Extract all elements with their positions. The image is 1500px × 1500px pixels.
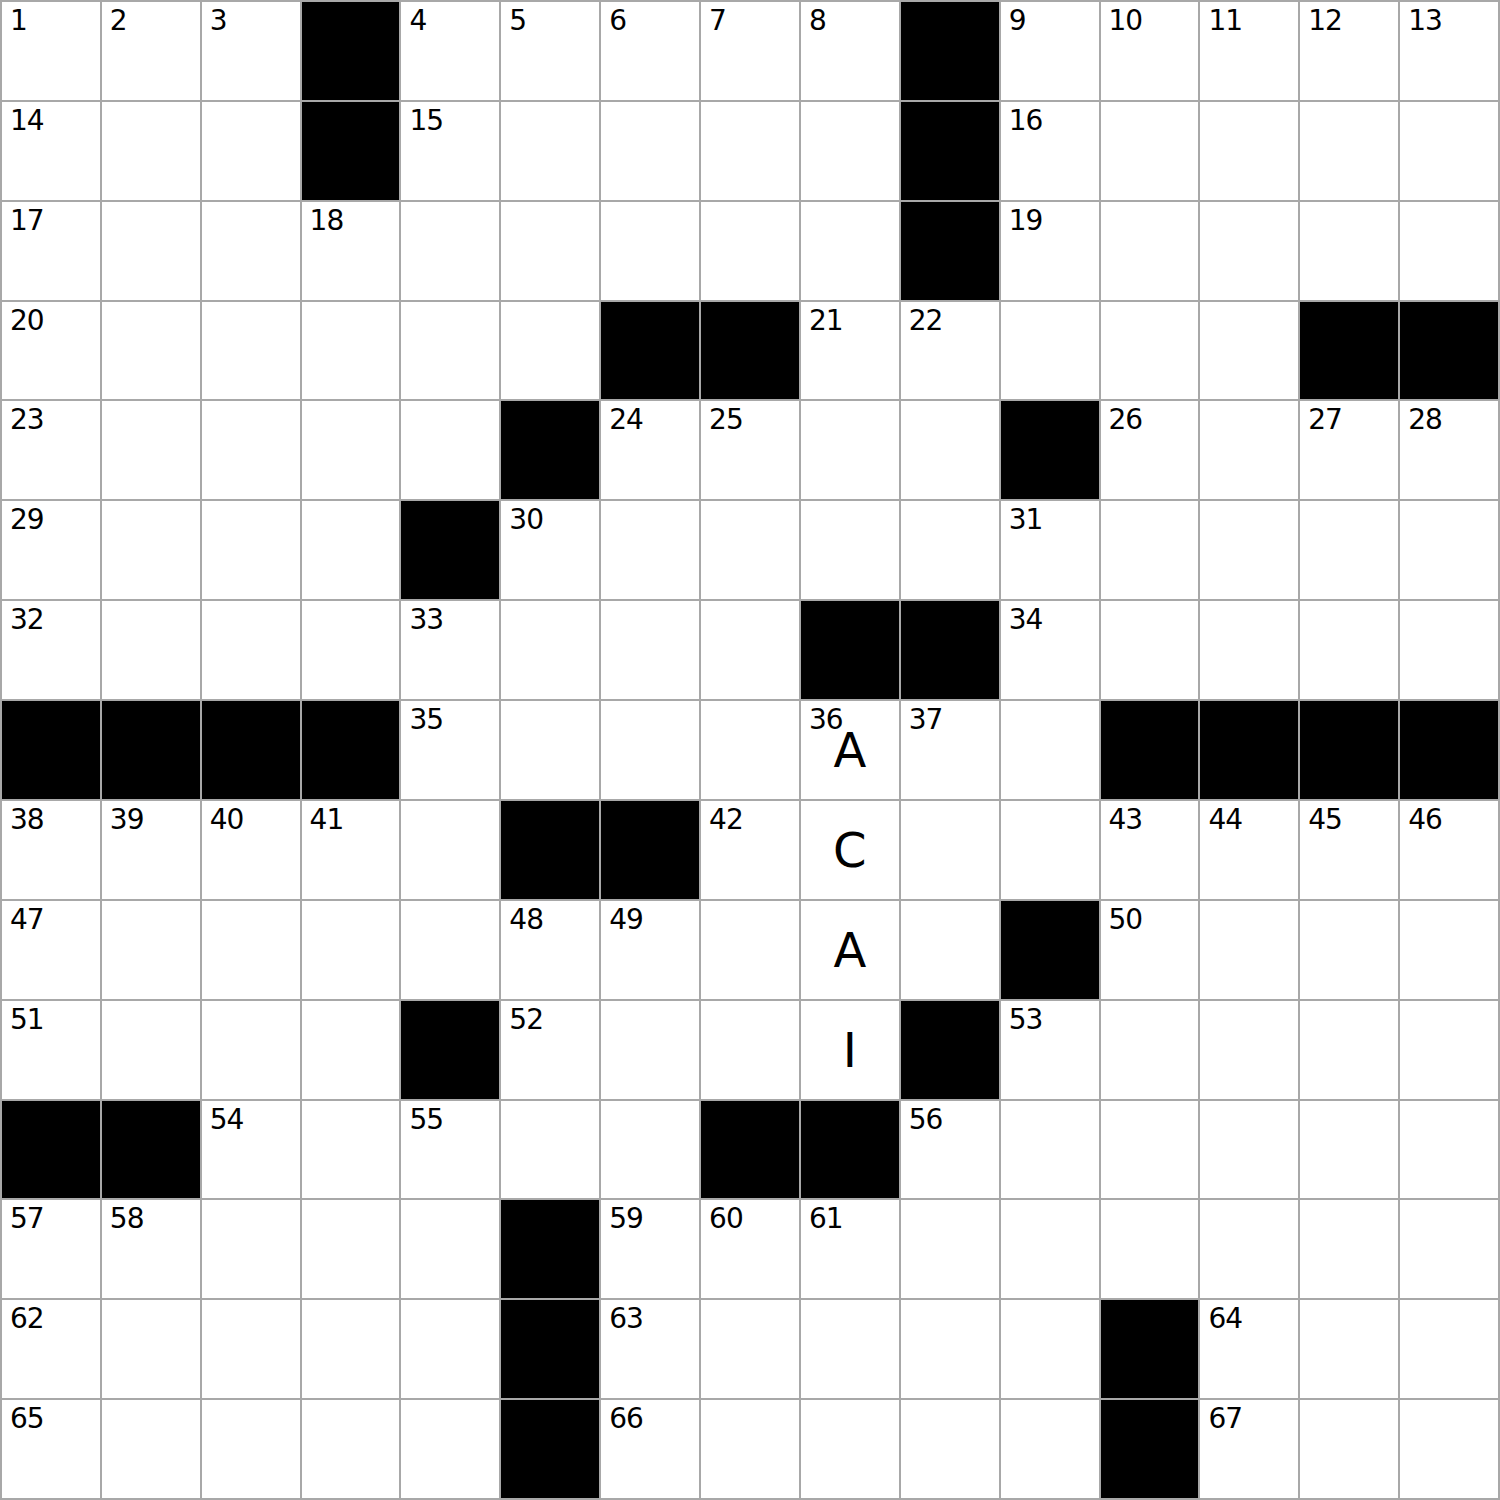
black-cell-r8-c15 [1400, 701, 1498, 799]
cell-r9-c10[interactable] [901, 801, 999, 899]
cell-r11-c7[interactable] [601, 1001, 699, 1099]
cell-r5-c14[interactable]: 27 [1300, 401, 1398, 499]
black-cell-r12-c1 [2, 1101, 100, 1199]
cell-r12-c4[interactable] [302, 1101, 400, 1199]
crossword-grid: 1234567891011121314151617181920212223242… [0, 0, 1500, 1500]
black-cell-r9-c7 [601, 801, 699, 899]
cell-letter: C [801, 801, 899, 899]
cell-r13-c13[interactable] [1200, 1200, 1298, 1298]
cell-r10-c8[interactable] [701, 901, 799, 999]
clue-number-32: 32 [10, 603, 44, 637]
clue-number-30: 30 [509, 503, 543, 537]
cell-r10-c1[interactable]: 47 [2, 901, 100, 999]
cell-r12-c6[interactable] [501, 1101, 599, 1199]
cell-r7-c6[interactable] [501, 601, 599, 699]
black-cell-r8-c13 [1200, 701, 1298, 799]
clue-number-38: 38 [10, 803, 44, 837]
clue-number-40: 40 [210, 803, 244, 837]
cell-r12-c13[interactable] [1200, 1101, 1298, 1199]
cell-r14-c14[interactable] [1300, 1300, 1398, 1398]
cell-r9-c11[interactable] [1001, 801, 1099, 899]
black-cell-r9-c6 [501, 801, 599, 899]
cell-r9-c9[interactable]: C [801, 801, 899, 899]
clue-number-8: 8 [809, 4, 826, 38]
cell-r9-c13[interactable]: 44 [1200, 801, 1298, 899]
cell-r12-c3[interactable]: 54 [202, 1101, 300, 1199]
cell-r11-c11[interactable]: 53 [1001, 1001, 1099, 1099]
cell-r12-c5[interactable]: 55 [401, 1101, 499, 1199]
cell-letter: I [801, 1001, 899, 1099]
cell-r7-c1[interactable]: 32 [2, 601, 100, 699]
cell-r10-c6[interactable]: 48 [501, 901, 599, 999]
clue-number-13: 13 [1408, 4, 1442, 38]
cell-r2-c14[interactable] [1300, 102, 1398, 200]
cell-r8-c6[interactable] [501, 701, 599, 799]
cell-r14-c9[interactable] [801, 1300, 899, 1398]
clue-number-23: 23 [10, 403, 44, 437]
black-cell-r4-c7 [601, 302, 699, 400]
cell-r5-c3[interactable] [202, 401, 300, 499]
clue-number-46: 46 [1408, 803, 1442, 837]
cell-r13-c14[interactable] [1300, 1200, 1398, 1298]
cell-r1-c6[interactable]: 5 [501, 2, 599, 100]
cell-r1-c1[interactable]: 1 [2, 2, 100, 100]
clue-number-41: 41 [310, 803, 344, 837]
cell-r9-c8[interactable]: 42 [701, 801, 799, 899]
cell-r15-c2[interactable] [102, 1400, 200, 1498]
cell-r14-c3[interactable] [202, 1300, 300, 1398]
black-cell-r3-c10 [901, 202, 999, 300]
cell-r2-c8[interactable] [701, 102, 799, 200]
cell-r13-c11[interactable] [1001, 1200, 1099, 1298]
cell-r2-c3[interactable] [202, 102, 300, 200]
clue-number-31: 31 [1009, 503, 1043, 537]
cell-r14-c5[interactable] [401, 1300, 499, 1398]
cell-r2-c12[interactable] [1101, 102, 1199, 200]
cell-r1-c13[interactable]: 11 [1200, 2, 1298, 100]
cell-r14-c10[interactable] [901, 1300, 999, 1398]
cell-r7-c7[interactable] [601, 601, 699, 699]
clue-number-62: 62 [10, 1302, 44, 1336]
black-cell-r5-c11 [1001, 401, 1099, 499]
clue-number-56: 56 [909, 1103, 943, 1137]
black-cell-r4-c14 [1300, 302, 1398, 400]
black-cell-r2-c10 [901, 102, 999, 200]
cell-r9-c12[interactable]: 43 [1101, 801, 1199, 899]
black-cell-r4-c8 [701, 302, 799, 400]
clue-number-3: 3 [210, 4, 227, 38]
cell-r10-c5[interactable] [401, 901, 499, 999]
cell-r1-c2[interactable]: 2 [102, 2, 200, 100]
cell-r15-c15[interactable] [1400, 1400, 1498, 1498]
cell-letter: A [801, 701, 899, 799]
cell-r12-c7[interactable] [601, 1101, 699, 1199]
cell-r13-c10[interactable] [901, 1200, 999, 1298]
cell-r8-c5[interactable]: 35 [401, 701, 499, 799]
cell-r4-c3[interactable] [202, 302, 300, 400]
black-cell-r7-c9 [801, 601, 899, 699]
clue-number-54: 54 [210, 1103, 244, 1137]
clue-number-60: 60 [709, 1202, 743, 1236]
clue-number-15: 15 [409, 104, 443, 138]
cell-r8-c11[interactable] [1001, 701, 1099, 799]
cell-r3-c14[interactable] [1300, 202, 1398, 300]
cell-r5-c1[interactable]: 23 [2, 401, 100, 499]
clue-number-45: 45 [1308, 803, 1342, 837]
cell-r7-c15[interactable] [1400, 601, 1498, 699]
cell-r1-c3[interactable]: 3 [202, 2, 300, 100]
cell-r7-c12[interactable] [1101, 601, 1199, 699]
cell-r13-c5[interactable] [401, 1200, 499, 1298]
cell-r4-c5[interactable] [401, 302, 499, 400]
cell-r10-c4[interactable] [302, 901, 400, 999]
clue-number-20: 20 [10, 304, 44, 338]
cell-r4-c6[interactable] [501, 302, 599, 400]
cell-r2-c1[interactable]: 14 [2, 102, 100, 200]
cell-r8-c7[interactable] [601, 701, 699, 799]
cell-r11-c3[interactable] [202, 1001, 300, 1099]
cell-r2-c5[interactable]: 15 [401, 102, 499, 200]
clue-number-55: 55 [409, 1103, 443, 1137]
clue-number-25: 25 [709, 403, 743, 437]
cell-r10-c9[interactable]: A [801, 901, 899, 999]
cell-r2-c6[interactable] [501, 102, 599, 200]
cell-r11-c8[interactable] [701, 1001, 799, 1099]
cell-r2-c2[interactable] [102, 102, 200, 200]
black-cell-r12-c8 [701, 1101, 799, 1199]
cell-r11-c1[interactable]: 51 [2, 1001, 100, 1099]
black-cell-r8-c4 [302, 701, 400, 799]
cell-r4-c2[interactable] [102, 302, 200, 400]
clue-number-44: 44 [1208, 803, 1242, 837]
clue-number-43: 43 [1109, 803, 1143, 837]
cell-r4-c11[interactable] [1001, 302, 1099, 400]
cell-r3-c1[interactable]: 17 [2, 202, 100, 300]
cell-r14-c2[interactable] [102, 1300, 200, 1398]
cell-r2-c13[interactable] [1200, 102, 1298, 200]
black-cell-r8-c2 [102, 701, 200, 799]
clue-number-10: 10 [1109, 4, 1143, 38]
cell-r3-c5[interactable] [401, 202, 499, 300]
cell-r5-c5[interactable] [401, 401, 499, 499]
cell-r6-c10[interactable] [901, 501, 999, 599]
cell-r1-c9[interactable]: 8 [801, 2, 899, 100]
cell-r4-c1[interactable]: 20 [2, 302, 100, 400]
clue-number-26: 26 [1109, 403, 1143, 437]
cell-r10-c2[interactable] [102, 901, 200, 999]
cell-r7-c4[interactable] [302, 601, 400, 699]
cell-r13-c3[interactable] [202, 1200, 300, 1298]
clue-number-21: 21 [809, 304, 843, 338]
cell-r11-c2[interactable] [102, 1001, 200, 1099]
clue-number-27: 27 [1308, 403, 1342, 437]
black-cell-r11-c5 [401, 1001, 499, 1099]
cell-r1-c7[interactable]: 6 [601, 2, 699, 100]
cell-r6-c6[interactable]: 30 [501, 501, 599, 599]
cell-r1-c14[interactable]: 12 [1300, 2, 1398, 100]
cell-r4-c4[interactable] [302, 302, 400, 400]
cell-r15-c9[interactable] [801, 1400, 899, 1498]
cell-r10-c14[interactable] [1300, 901, 1398, 999]
cell-r5-c10[interactable] [901, 401, 999, 499]
clue-number-52: 52 [509, 1003, 543, 1037]
black-cell-r12-c9 [801, 1101, 899, 1199]
cell-r15-c14[interactable] [1300, 1400, 1398, 1498]
clue-number-34: 34 [1009, 603, 1043, 637]
cell-r6-c7[interactable] [601, 501, 699, 599]
cell-r1-c12[interactable]: 10 [1101, 2, 1199, 100]
cell-r4-c10[interactable]: 22 [901, 302, 999, 400]
cell-r10-c13[interactable] [1200, 901, 1298, 999]
black-cell-r14-c12 [1101, 1300, 1199, 1398]
clue-number-19: 19 [1009, 204, 1043, 238]
cell-r6-c8[interactable] [701, 501, 799, 599]
cell-r5-c15[interactable]: 28 [1400, 401, 1498, 499]
cell-r6-c4[interactable] [302, 501, 400, 599]
cell-r10-c12[interactable]: 50 [1101, 901, 1199, 999]
clue-number-50: 50 [1109, 903, 1143, 937]
clue-number-66: 66 [609, 1402, 643, 1436]
cell-r6-c3[interactable] [202, 501, 300, 599]
cell-r3-c3[interactable] [202, 202, 300, 300]
cell-r4-c13[interactable] [1200, 302, 1298, 400]
cell-r11-c9[interactable]: I [801, 1001, 899, 1099]
clue-number-17: 17 [10, 204, 44, 238]
black-cell-r10-c11 [1001, 901, 1099, 999]
cell-r14-c4[interactable] [302, 1300, 400, 1398]
cell-r12-c12[interactable] [1101, 1101, 1199, 1199]
clue-number-63: 63 [609, 1302, 643, 1336]
cell-r3-c7[interactable] [601, 202, 699, 300]
cell-r14-c1[interactable]: 62 [2, 1300, 100, 1398]
clue-number-53: 53 [1009, 1003, 1043, 1037]
cell-r9-c1[interactable]: 38 [2, 801, 100, 899]
cell-r3-c8[interactable] [701, 202, 799, 300]
cell-r3-c9[interactable] [801, 202, 899, 300]
clue-number-51: 51 [10, 1003, 44, 1037]
black-cell-r2-c4 [302, 102, 400, 200]
cell-r4-c9[interactable]: 21 [801, 302, 899, 400]
clue-number-65: 65 [10, 1402, 44, 1436]
clue-number-18: 18 [310, 204, 344, 238]
cell-r15-c13[interactable]: 67 [1200, 1400, 1298, 1498]
clue-number-28: 28 [1408, 403, 1442, 437]
cell-r9-c4[interactable]: 41 [302, 801, 400, 899]
cell-r9-c5[interactable] [401, 801, 499, 899]
black-cell-r8-c12 [1101, 701, 1199, 799]
cell-r6-c9[interactable] [801, 501, 899, 599]
cell-r7-c3[interactable] [202, 601, 300, 699]
clue-number-12: 12 [1308, 4, 1342, 38]
clue-number-64: 64 [1208, 1302, 1242, 1336]
cell-r14-c8[interactable] [701, 1300, 799, 1398]
cell-r15-c4[interactable] [302, 1400, 400, 1498]
cell-r3-c12[interactable] [1101, 202, 1199, 300]
cell-r13-c4[interactable] [302, 1200, 400, 1298]
cell-r5-c13[interactable] [1200, 401, 1298, 499]
cell-letter: A [801, 901, 899, 999]
clue-number-7: 7 [709, 4, 726, 38]
cell-r6-c15[interactable] [1400, 501, 1498, 599]
cell-r15-c3[interactable] [202, 1400, 300, 1498]
cell-r5-c2[interactable] [102, 401, 200, 499]
cell-r13-c9[interactable]: 61 [801, 1200, 899, 1298]
cell-r10-c7[interactable]: 49 [601, 901, 699, 999]
cell-r6-c1[interactable]: 29 [2, 501, 100, 599]
cell-r1-c5[interactable]: 4 [401, 2, 499, 100]
clue-number-42: 42 [709, 803, 743, 837]
clue-number-58: 58 [110, 1202, 144, 1236]
cell-r6-c12[interactable] [1101, 501, 1199, 599]
cell-r15-c1[interactable]: 65 [2, 1400, 100, 1498]
clue-number-35: 35 [409, 703, 443, 737]
cell-r14-c11[interactable] [1001, 1300, 1099, 1398]
cell-r15-c5[interactable] [401, 1400, 499, 1498]
cell-r10-c15[interactable] [1400, 901, 1498, 999]
cell-r11-c14[interactable] [1300, 1001, 1398, 1099]
cell-r14-c13[interactable]: 64 [1200, 1300, 1298, 1398]
cell-r12-c14[interactable] [1300, 1101, 1398, 1199]
cell-r5-c7[interactable]: 24 [601, 401, 699, 499]
cell-r12-c11[interactable] [1001, 1101, 1099, 1199]
black-cell-r5-c6 [501, 401, 599, 499]
clue-number-1: 1 [10, 4, 27, 38]
clue-number-24: 24 [609, 403, 643, 437]
black-cell-r6-c5 [401, 501, 499, 599]
cell-r13-c12[interactable] [1101, 1200, 1199, 1298]
clue-number-49: 49 [609, 903, 643, 937]
clue-number-61: 61 [809, 1202, 843, 1236]
clue-number-37: 37 [909, 703, 943, 737]
clue-number-6: 6 [609, 4, 626, 38]
cell-r12-c15[interactable] [1400, 1101, 1498, 1199]
cell-r14-c15[interactable] [1400, 1300, 1498, 1398]
cell-r7-c5[interactable]: 33 [401, 601, 499, 699]
cell-r14-c7[interactable]: 63 [601, 1300, 699, 1398]
cell-r10-c10[interactable] [901, 901, 999, 999]
cell-r6-c11[interactable]: 31 [1001, 501, 1099, 599]
black-cell-r15-c12 [1101, 1400, 1199, 1498]
cell-r11-c12[interactable] [1101, 1001, 1199, 1099]
cell-r7-c14[interactable] [1300, 601, 1398, 699]
clue-number-5: 5 [509, 4, 526, 38]
cell-r8-c10[interactable]: 37 [901, 701, 999, 799]
cell-r11-c6[interactable]: 52 [501, 1001, 599, 1099]
black-cell-r8-c14 [1300, 701, 1398, 799]
cell-r3-c4[interactable]: 18 [302, 202, 400, 300]
cell-r13-c1[interactable]: 57 [2, 1200, 100, 1298]
black-cell-r14-c6 [501, 1300, 599, 1398]
clue-number-9: 9 [1009, 4, 1026, 38]
black-cell-r1-c10 [901, 2, 999, 100]
cell-r15-c7[interactable]: 66 [601, 1400, 699, 1498]
cell-r13-c2[interactable]: 58 [102, 1200, 200, 1298]
cell-r12-c10[interactable]: 56 [901, 1101, 999, 1199]
cell-r9-c15[interactable]: 46 [1400, 801, 1498, 899]
cell-r4-c12[interactable] [1101, 302, 1199, 400]
cell-r8-c9[interactable]: 36A [801, 701, 899, 799]
cell-r3-c11[interactable]: 19 [1001, 202, 1099, 300]
black-cell-r7-c10 [901, 601, 999, 699]
cell-r2-c7[interactable] [601, 102, 699, 200]
cell-r13-c8[interactable]: 60 [701, 1200, 799, 1298]
clue-number-22: 22 [909, 304, 943, 338]
black-cell-r11-c10 [901, 1001, 999, 1099]
clue-number-59: 59 [609, 1202, 643, 1236]
cell-r5-c8[interactable]: 25 [701, 401, 799, 499]
cell-r9-c3[interactable]: 40 [202, 801, 300, 899]
clue-number-33: 33 [409, 603, 443, 637]
cell-r3-c15[interactable] [1400, 202, 1498, 300]
clue-number-29: 29 [10, 503, 44, 537]
black-cell-r1-c4 [302, 2, 400, 100]
clue-number-4: 4 [409, 4, 426, 38]
black-cell-r15-c6 [501, 1400, 599, 1498]
cell-r7-c2[interactable] [102, 601, 200, 699]
cell-r1-c11[interactable]: 9 [1001, 2, 1099, 100]
cell-r8-c8[interactable] [701, 701, 799, 799]
cell-r5-c12[interactable]: 26 [1101, 401, 1199, 499]
black-cell-r4-c15 [1400, 302, 1498, 400]
cell-r2-c11[interactable]: 16 [1001, 102, 1099, 200]
cell-r6-c14[interactable] [1300, 501, 1398, 599]
clue-number-47: 47 [10, 903, 44, 937]
clue-number-11: 11 [1208, 4, 1242, 38]
cell-r3-c2[interactable] [102, 202, 200, 300]
clue-number-67: 67 [1208, 1402, 1242, 1436]
clue-number-57: 57 [10, 1202, 44, 1236]
cell-r5-c9[interactable] [801, 401, 899, 499]
cell-r11-c4[interactable] [302, 1001, 400, 1099]
cell-r9-c2[interactable]: 39 [102, 801, 200, 899]
cell-r13-c7[interactable]: 59 [601, 1200, 699, 1298]
cell-r9-c14[interactable]: 45 [1300, 801, 1398, 899]
black-cell-r13-c6 [501, 1200, 599, 1298]
cell-r7-c8[interactable] [701, 601, 799, 699]
cell-r15-c10[interactable] [901, 1400, 999, 1498]
cell-r3-c13[interactable] [1200, 202, 1298, 300]
cell-r2-c9[interactable] [801, 102, 899, 200]
cell-r3-c6[interactable] [501, 202, 599, 300]
clue-number-48: 48 [509, 903, 543, 937]
cell-r15-c11[interactable] [1001, 1400, 1099, 1498]
cell-r1-c15[interactable]: 13 [1400, 2, 1498, 100]
cell-r15-c8[interactable] [701, 1400, 799, 1498]
cell-r5-c4[interactable] [302, 401, 400, 499]
black-cell-r8-c3 [202, 701, 300, 799]
clue-number-39: 39 [110, 803, 144, 837]
black-cell-r12-c2 [102, 1101, 200, 1199]
cell-r13-c15[interactable] [1400, 1200, 1498, 1298]
cell-r11-c15[interactable] [1400, 1001, 1498, 1099]
black-cell-r8-c1 [2, 701, 100, 799]
clue-number-16: 16 [1009, 104, 1043, 138]
clue-number-2: 2 [110, 4, 127, 38]
cell-r6-c2[interactable] [102, 501, 200, 599]
clue-number-14: 14 [10, 104, 44, 138]
cell-r10-c3[interactable] [202, 901, 300, 999]
cell-r6-c13[interactable] [1200, 501, 1298, 599]
cell-r11-c13[interactable] [1200, 1001, 1298, 1099]
cell-r1-c8[interactable]: 7 [701, 2, 799, 100]
cell-r2-c15[interactable] [1400, 102, 1498, 200]
cell-r7-c11[interactable]: 34 [1001, 601, 1099, 699]
cell-r7-c13[interactable] [1200, 601, 1298, 699]
